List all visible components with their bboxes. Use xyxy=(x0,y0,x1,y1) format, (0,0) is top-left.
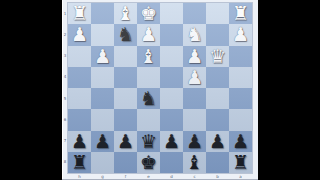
white-rook-piece: ♜ xyxy=(229,3,252,24)
file-label-g: g xyxy=(91,173,114,180)
file-labels: hgfedcba xyxy=(68,173,252,180)
square-d7[interactable]: ♟ xyxy=(160,131,183,152)
file-label-d: d xyxy=(160,173,183,180)
square-b5[interactable] xyxy=(206,88,229,109)
white-bishop-piece: ♝ xyxy=(137,46,160,67)
square-c7[interactable]: ♟ xyxy=(183,131,206,152)
square-a1[interactable]: ♜ xyxy=(229,3,252,24)
video-letterbox-stage: 12345678 hgfedcba ♜♝♚♜♟♞♟♞♟♟♝♟♛♟♞♟♟♟♛♟♟♟… xyxy=(0,0,320,180)
black-pawn-piece: ♟ xyxy=(160,131,183,152)
square-b2[interactable] xyxy=(206,24,229,45)
square-e1[interactable]: ♚ xyxy=(137,3,160,24)
black-knight-piece: ♞ xyxy=(137,88,160,109)
square-f7[interactable]: ♟ xyxy=(114,131,137,152)
square-a3[interactable] xyxy=(229,46,252,67)
square-a8[interactable]: ♜ xyxy=(229,152,252,173)
white-bishop-piece: ♝ xyxy=(114,3,137,24)
square-b1[interactable] xyxy=(206,3,229,24)
square-f6[interactable] xyxy=(114,109,137,130)
square-g2[interactable] xyxy=(91,24,114,45)
file-label-b: b xyxy=(206,173,229,180)
black-pawn-piece: ♟ xyxy=(68,131,91,152)
square-a7[interactable]: ♟ xyxy=(229,131,252,152)
white-pawn-piece: ♟ xyxy=(183,46,206,67)
square-d5[interactable] xyxy=(160,88,183,109)
square-e6[interactable] xyxy=(137,109,160,130)
square-b3[interactable]: ♛ xyxy=(206,46,229,67)
square-h4[interactable] xyxy=(68,67,91,88)
black-rook-piece: ♜ xyxy=(68,152,91,173)
file-label-c: c xyxy=(183,173,206,180)
square-c5[interactable] xyxy=(183,88,206,109)
black-queen-piece: ♛ xyxy=(137,131,160,152)
black-knight-piece: ♞ xyxy=(114,24,137,45)
square-a2[interactable]: ♟ xyxy=(229,24,252,45)
black-rook-piece: ♜ xyxy=(229,152,252,173)
square-h3[interactable] xyxy=(68,46,91,67)
square-g1[interactable] xyxy=(91,3,114,24)
square-e4[interactable] xyxy=(137,67,160,88)
square-f3[interactable] xyxy=(114,46,137,67)
square-c6[interactable] xyxy=(183,109,206,130)
square-b6[interactable] xyxy=(206,109,229,130)
square-e2[interactable]: ♟ xyxy=(137,24,160,45)
square-f2[interactable]: ♞ xyxy=(114,24,137,45)
white-pawn-piece: ♟ xyxy=(68,24,91,45)
square-d6[interactable] xyxy=(160,109,183,130)
square-a6[interactable] xyxy=(229,109,252,130)
black-pawn-piece: ♟ xyxy=(206,131,229,152)
square-g5[interactable] xyxy=(91,88,114,109)
white-queen-piece: ♛ xyxy=(206,46,229,67)
black-pawn-piece: ♟ xyxy=(114,131,137,152)
square-b8[interactable] xyxy=(206,152,229,173)
square-f8[interactable] xyxy=(114,152,137,173)
square-c8[interactable]: ♝ xyxy=(183,152,206,173)
square-d1[interactable] xyxy=(160,3,183,24)
square-b4[interactable] xyxy=(206,67,229,88)
black-pawn-piece: ♟ xyxy=(91,131,114,152)
square-e3[interactable]: ♝ xyxy=(137,46,160,67)
white-knight-piece: ♞ xyxy=(183,24,206,45)
chess-board-grid: ♜♝♚♜♟♞♟♞♟♟♝♟♛♟♞♟♟♟♛♟♟♟♟♜♚♝♜ xyxy=(68,3,252,173)
square-a5[interactable] xyxy=(229,88,252,109)
square-g8[interactable] xyxy=(91,152,114,173)
square-g6[interactable] xyxy=(91,109,114,130)
black-bishop-piece: ♝ xyxy=(183,152,206,173)
square-f5[interactable] xyxy=(114,88,137,109)
white-pawn-piece: ♟ xyxy=(229,24,252,45)
square-h2[interactable]: ♟ xyxy=(68,24,91,45)
square-c3[interactable]: ♟ xyxy=(183,46,206,67)
square-h7[interactable]: ♟ xyxy=(68,131,91,152)
square-h8[interactable]: ♜ xyxy=(68,152,91,173)
square-e5[interactable]: ♞ xyxy=(137,88,160,109)
square-d2[interactable] xyxy=(160,24,183,45)
black-pawn-piece: ♟ xyxy=(229,131,252,152)
white-rook-piece: ♜ xyxy=(68,3,91,24)
square-c4[interactable]: ♟ xyxy=(183,67,206,88)
square-f1[interactable]: ♝ xyxy=(114,3,137,24)
square-g3[interactable]: ♟ xyxy=(91,46,114,67)
file-label-e: e xyxy=(137,173,160,180)
square-g7[interactable]: ♟ xyxy=(91,131,114,152)
file-label-h: h xyxy=(68,173,91,180)
square-g4[interactable] xyxy=(91,67,114,88)
black-king-piece: ♚ xyxy=(137,152,160,173)
white-pawn-piece: ♟ xyxy=(91,46,114,67)
square-d8[interactable] xyxy=(160,152,183,173)
square-e7[interactable]: ♛ xyxy=(137,131,160,152)
file-label-a: a xyxy=(229,173,252,180)
square-h5[interactable] xyxy=(68,88,91,109)
square-c2[interactable]: ♞ xyxy=(183,24,206,45)
square-d4[interactable] xyxy=(160,67,183,88)
square-e8[interactable]: ♚ xyxy=(137,152,160,173)
black-pawn-piece: ♟ xyxy=(183,131,206,152)
chess-board-widget: 12345678 hgfedcba ♜♝♚♜♟♞♟♞♟♟♝♟♛♟♞♟♟♟♛♟♟♟… xyxy=(62,0,258,180)
square-h6[interactable] xyxy=(68,109,91,130)
square-b7[interactable]: ♟ xyxy=(206,131,229,152)
square-f4[interactable] xyxy=(114,67,137,88)
white-king-piece: ♚ xyxy=(137,3,160,24)
white-pawn-piece: ♟ xyxy=(183,67,206,88)
square-d3[interactable] xyxy=(160,46,183,67)
white-pawn-piece: ♟ xyxy=(137,24,160,45)
square-c1[interactable] xyxy=(183,3,206,24)
square-h1[interactable]: ♜ xyxy=(68,3,91,24)
file-label-f: f xyxy=(114,173,137,180)
square-a4[interactable] xyxy=(229,67,252,88)
